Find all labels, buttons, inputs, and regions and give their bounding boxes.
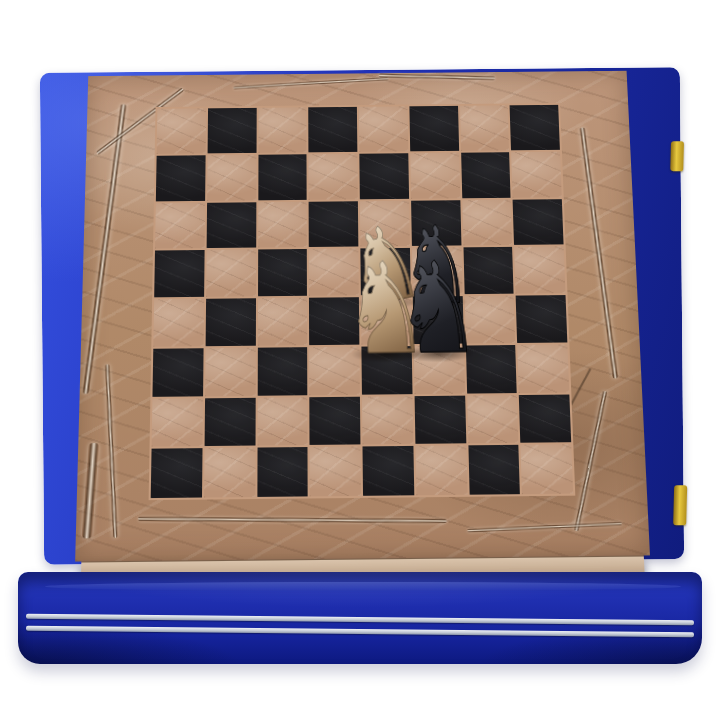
chess-set-photo: ♞♞♞♞: [0, 0, 720, 720]
silver-stripe: [26, 626, 694, 637]
velvet-crease: [45, 582, 681, 591]
brass-hinge-icon: [673, 485, 687, 525]
velvet-case-front: [18, 572, 702, 664]
black-knight-icon: ♞: [394, 246, 483, 373]
black-knight-f4: ♞: [380, 246, 497, 373]
pieces-layer: ♞♞♞♞: [75, 71, 650, 562]
chess-board: ♞♞♞♞: [75, 71, 650, 562]
silver-stripe: [26, 614, 694, 625]
brass-hinge-icon: [670, 141, 684, 171]
